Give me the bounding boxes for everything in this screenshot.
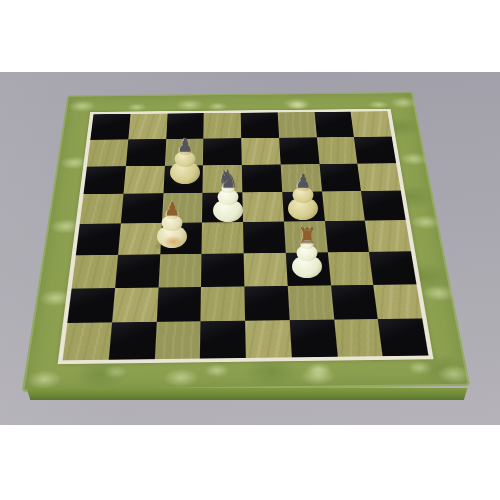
pieces-layer: ♟♞♟♟♜ (0, 0, 500, 500)
pawn-head-icon: ♟ (177, 136, 193, 154)
pawn-head-icon: ♟ (295, 172, 311, 190)
piece-copper-rook-f4[interactable]: ♜ (290, 220, 324, 278)
piece-silver-pawn-c7[interactable]: ♟ (168, 134, 202, 184)
pawn-head-icon: ♟ (164, 200, 180, 218)
piece-copper-pawn-c5[interactable]: ♟ (155, 198, 189, 248)
piece-silver-knight-d6[interactable]: ♞ (211, 164, 245, 222)
rook-head-icon: ♜ (297, 225, 317, 247)
piece-silver-pawn-f6[interactable]: ♟ (286, 170, 320, 220)
photo-stage: ♟♞♟♟♜ (0, 0, 500, 500)
knight-head-icon: ♞ (217, 167, 239, 191)
